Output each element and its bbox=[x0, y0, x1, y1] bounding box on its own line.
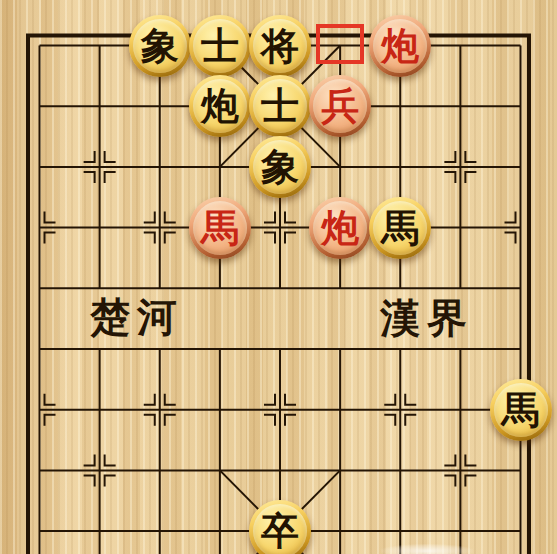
piece-glyph: 炮 bbox=[201, 87, 239, 125]
piece-glyph: 馬 bbox=[201, 209, 239, 247]
piece-glyph: 卒 bbox=[261, 512, 299, 550]
piece-glyph: 馬 bbox=[381, 209, 419, 247]
piece-glyph: 炮 bbox=[321, 209, 359, 247]
piece-black-soldier[interactable]: 卒 bbox=[249, 500, 311, 554]
piece-glyph: 士 bbox=[261, 87, 299, 125]
piece-glyph: 炮 bbox=[381, 27, 419, 65]
piece-red-horse[interactable]: 馬 bbox=[189, 197, 251, 259]
piece-glyph: 兵 bbox=[321, 87, 359, 125]
piece-black-horse[interactable]: 馬 bbox=[490, 379, 552, 441]
piece-glyph: 象 bbox=[141, 27, 179, 65]
piece-black-advisor[interactable]: 士 bbox=[249, 75, 311, 137]
xiangqi-board: 楚河 漢界 象士将炮炮士兵象馬炮馬馬卒 bbox=[0, 0, 557, 554]
cutoff-piece-glint bbox=[381, 544, 473, 554]
last-move-marker bbox=[316, 24, 364, 64]
piece-black-horse[interactable]: 馬 bbox=[369, 197, 431, 259]
piece-glyph: 象 bbox=[261, 148, 299, 186]
piece-black-general[interactable]: 将 bbox=[249, 15, 311, 77]
piece-red-cannon[interactable]: 炮 bbox=[309, 197, 371, 259]
piece-glyph: 将 bbox=[261, 27, 299, 65]
piece-black-elephant[interactable]: 象 bbox=[249, 136, 311, 198]
piece-glyph: 馬 bbox=[502, 391, 540, 429]
river-text-right: 漢界 bbox=[380, 298, 474, 338]
river-text-left: 楚河 bbox=[90, 297, 184, 337]
piece-red-cannon[interactable]: 炮 bbox=[369, 15, 431, 77]
piece-red-soldier[interactable]: 兵 bbox=[309, 75, 371, 137]
piece-glyph: 士 bbox=[201, 27, 239, 65]
piece-black-advisor[interactable]: 士 bbox=[189, 15, 251, 77]
piece-black-elephant[interactable]: 象 bbox=[129, 15, 191, 77]
piece-black-cannon[interactable]: 炮 bbox=[189, 75, 251, 137]
